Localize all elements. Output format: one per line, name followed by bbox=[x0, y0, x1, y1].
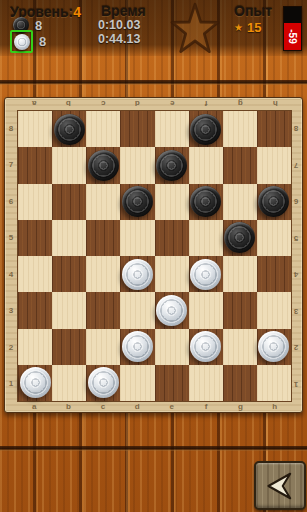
square-c6[interactable] bbox=[86, 184, 120, 220]
exp-badge: -59 bbox=[283, 6, 302, 51]
time-panel: Время 0:10.03 0:44.13 bbox=[98, 4, 146, 46]
square-c5[interactable] bbox=[86, 220, 120, 256]
square-d1[interactable] bbox=[120, 365, 154, 401]
white-piece-f2[interactable] bbox=[190, 331, 221, 362]
coord-label-a: a bbox=[17, 98, 51, 110]
back-arrow-icon bbox=[262, 469, 298, 503]
black-piece-g5[interactable] bbox=[224, 222, 255, 253]
plank-seam bbox=[0, 80, 307, 85]
experience-panel: Опыт ★ 15 bbox=[234, 4, 272, 35]
square-d8[interactable] bbox=[120, 111, 154, 147]
coord-label-1: 1 bbox=[5, 366, 17, 403]
square-c3[interactable] bbox=[86, 292, 120, 328]
square-d7[interactable] bbox=[120, 147, 154, 183]
square-c1[interactable] bbox=[86, 365, 120, 401]
exp-badge-top bbox=[284, 7, 301, 23]
board[interactable]: abcdefgh abcdefgh 87654321 87654321 bbox=[4, 97, 303, 413]
square-h5[interactable] bbox=[257, 220, 291, 256]
black-piece-f6[interactable] bbox=[190, 186, 221, 217]
black-piece-f8[interactable] bbox=[190, 114, 221, 145]
square-h7[interactable] bbox=[257, 147, 291, 183]
coord-label-3: 3 bbox=[5, 293, 17, 330]
game-screen: Уровень:4 8 8 Время 0:10.03 0:44.13 Опыт… bbox=[0, 0, 307, 512]
square-h3[interactable] bbox=[257, 292, 291, 328]
square-g7[interactable] bbox=[223, 147, 257, 183]
square-b8[interactable] bbox=[52, 111, 86, 147]
square-e2[interactable] bbox=[155, 329, 189, 365]
square-g6[interactable] bbox=[223, 184, 257, 220]
experience-label: Опыт bbox=[234, 4, 272, 18]
square-g3[interactable] bbox=[223, 292, 257, 328]
square-e6[interactable] bbox=[155, 184, 189, 220]
square-d2[interactable] bbox=[120, 329, 154, 365]
plank-seam bbox=[0, 446, 307, 451]
exp-badge-red: -59 bbox=[284, 23, 301, 50]
square-b3[interactable] bbox=[52, 292, 86, 328]
coord-label-8: 8 bbox=[5, 110, 17, 147]
coord-label-f: f bbox=[189, 98, 223, 110]
square-b4[interactable] bbox=[52, 256, 86, 292]
black-piece-b8[interactable] bbox=[54, 114, 85, 145]
square-g2[interactable] bbox=[223, 329, 257, 365]
square-h4[interactable] bbox=[257, 256, 291, 292]
white-piece-d4[interactable] bbox=[122, 259, 153, 290]
square-e3[interactable] bbox=[155, 292, 189, 328]
exp-value: 15 bbox=[247, 21, 261, 35]
square-a4[interactable] bbox=[18, 256, 52, 292]
black-piece-c7[interactable] bbox=[88, 150, 119, 181]
coord-label-2: 2 bbox=[5, 329, 17, 366]
white-piece-d2[interactable] bbox=[122, 331, 153, 362]
square-c7[interactable] bbox=[86, 147, 120, 183]
square-e4[interactable] bbox=[155, 256, 189, 292]
square-a5[interactable] bbox=[18, 220, 52, 256]
white-piece-e3[interactable] bbox=[156, 295, 187, 326]
black-piece-d6[interactable] bbox=[122, 186, 153, 217]
square-a2[interactable] bbox=[18, 329, 52, 365]
square-d3[interactable] bbox=[120, 292, 154, 328]
square-b1[interactable] bbox=[52, 365, 86, 401]
square-b7[interactable] bbox=[52, 147, 86, 183]
square-b2[interactable] bbox=[52, 329, 86, 365]
exp-badge-value: -59 bbox=[287, 29, 298, 43]
square-c2[interactable] bbox=[86, 329, 120, 365]
top-hud: Уровень:4 8 8 Время 0:10.03 0:44.13 Опыт… bbox=[0, 0, 307, 56]
square-h2[interactable] bbox=[257, 329, 291, 365]
square-g8[interactable] bbox=[223, 111, 257, 147]
square-e5[interactable] bbox=[155, 220, 189, 256]
square-f1[interactable] bbox=[189, 365, 223, 401]
square-e8[interactable] bbox=[155, 111, 189, 147]
square-f7[interactable] bbox=[189, 147, 223, 183]
coord-label-g: g bbox=[223, 98, 257, 110]
white-piece-f4[interactable] bbox=[190, 259, 221, 290]
square-c8[interactable] bbox=[86, 111, 120, 147]
white-piece-a1[interactable] bbox=[20, 367, 51, 398]
coord-label-c: c bbox=[86, 98, 120, 110]
square-g4[interactable] bbox=[223, 256, 257, 292]
level-value: 4 bbox=[73, 4, 81, 20]
time-total: 0:44.13 bbox=[98, 32, 146, 46]
time-label: Время bbox=[101, 4, 146, 18]
square-c4[interactable] bbox=[86, 256, 120, 292]
square-f6[interactable] bbox=[189, 184, 223, 220]
square-a3[interactable] bbox=[18, 292, 52, 328]
white-piece-c1[interactable] bbox=[88, 367, 119, 398]
coord-label-d: d bbox=[120, 98, 154, 110]
coord-label-4: 4 bbox=[5, 256, 17, 293]
square-h6[interactable] bbox=[257, 184, 291, 220]
square-a8[interactable] bbox=[18, 111, 52, 147]
square-d6[interactable] bbox=[120, 184, 154, 220]
coord-label-h: h bbox=[258, 98, 292, 110]
white-checker-icon bbox=[14, 34, 30, 50]
coord-label-7: 7 bbox=[5, 147, 17, 184]
board-coords-left: 87654321 bbox=[5, 110, 17, 402]
coord-label-6: 6 bbox=[5, 183, 17, 220]
square-f8[interactable] bbox=[189, 111, 223, 147]
back-button[interactable] bbox=[254, 461, 306, 510]
square-b6[interactable] bbox=[52, 184, 86, 220]
square-f5[interactable] bbox=[189, 220, 223, 256]
board-coords-top: abcdefgh bbox=[17, 98, 292, 110]
square-e1[interactable] bbox=[155, 365, 189, 401]
turn-indicator bbox=[10, 30, 33, 53]
star-emblem-icon bbox=[168, 0, 222, 58]
board-grid[interactable] bbox=[17, 110, 292, 402]
square-b5[interactable] bbox=[52, 220, 86, 256]
square-f2[interactable] bbox=[189, 329, 223, 365]
square-d4[interactable] bbox=[120, 256, 154, 292]
white-piece-h2[interactable] bbox=[258, 331, 289, 362]
black-piece-e7[interactable] bbox=[156, 150, 187, 181]
square-d5[interactable] bbox=[120, 220, 154, 256]
white-count: 8 bbox=[39, 34, 46, 49]
square-h1[interactable] bbox=[257, 365, 291, 401]
time-current: 0:10.03 bbox=[98, 18, 146, 32]
square-f4[interactable] bbox=[189, 256, 223, 292]
square-h8[interactable] bbox=[257, 111, 291, 147]
square-a7[interactable] bbox=[18, 147, 52, 183]
coord-label-e: e bbox=[155, 98, 189, 110]
coord-label-5: 5 bbox=[5, 220, 17, 257]
square-f3[interactable] bbox=[189, 292, 223, 328]
square-g1[interactable] bbox=[223, 365, 257, 401]
black-piece-h6[interactable] bbox=[258, 186, 289, 217]
white-counter: 8 bbox=[10, 30, 46, 53]
square-g5[interactable] bbox=[223, 220, 257, 256]
coord-label-b: b bbox=[51, 98, 85, 110]
square-a1[interactable] bbox=[18, 365, 52, 401]
square-e7[interactable] bbox=[155, 147, 189, 183]
exp-star-icon: ★ bbox=[234, 21, 243, 35]
square-a6[interactable] bbox=[18, 184, 52, 220]
